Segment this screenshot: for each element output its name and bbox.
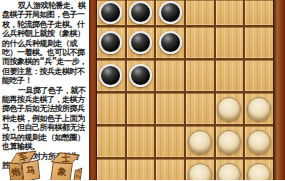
board-cell-r5c3[interactable] [156,126,184,157]
black-piece[interactable] [159,31,182,54]
board-cell-r2c5[interactable] [216,27,244,58]
board-cell-r5c1[interactable] [97,126,125,157]
white-piece[interactable] [247,163,271,181]
white-piece[interactable] [217,163,241,181]
board-cell-r6c5[interactable] [216,159,244,180]
board-frame-left [89,0,97,180]
black-piece[interactable] [159,1,182,24]
board-cell-r4c6[interactable] [245,93,273,124]
board-cell-r6c4[interactable] [186,159,214,180]
rules-page: 双人游戏轮番走。棋盘棋子开局如图，色子一枚，轮流掷色子走棋。什么兵种朝上就按（象… [0,0,285,180]
white-piece[interactable] [217,97,241,121]
board-cell-r3c4[interactable] [186,60,214,91]
black-piece[interactable] [99,64,122,87]
white-piece[interactable] [217,130,241,154]
black-piece[interactable] [99,1,122,24]
white-piece[interactable] [247,130,271,154]
board-cell-r5c5[interactable] [216,126,244,157]
die-right: 士 象 [46,151,84,180]
board-cell-r1c2[interactable] [127,0,155,25]
die-left: 车 炮 马 [6,150,43,180]
black-piece[interactable] [129,31,152,54]
board-cell-r2c2[interactable] [127,27,155,58]
board-cell-r6c2[interactable] [127,159,155,180]
board-cell-r1c5[interactable] [216,0,244,25]
black-piece[interactable] [129,64,152,87]
board-grid [97,0,273,180]
rules-text-panel: 双人游戏轮番走。棋盘棋子开局如图，色子一枚，轮流掷色子走棋。什么兵种朝上就按（象… [0,0,89,180]
board-cell-r3c2[interactable] [127,60,155,91]
board-cell-r3c5[interactable] [216,60,244,91]
white-piece[interactable] [188,163,212,181]
board-cell-r1c3[interactable] [156,0,184,25]
board-cell-r6c1[interactable] [97,159,125,180]
board-cell-r3c3[interactable] [156,60,184,91]
white-piece[interactable] [188,130,212,154]
board-cell-r3c6[interactable] [245,60,273,91]
rules-paragraph-1: 双人游戏轮番走。棋盘棋子开局如图，色子一枚，轮流掷色子走棋。什么兵种朝上就按（象… [2,1,87,86]
black-piece[interactable] [99,31,122,54]
board-cell-r5c4[interactable] [186,126,214,157]
board-cell-r1c6[interactable] [245,0,273,25]
board-cell-r3c1[interactable] [97,60,125,91]
board-cell-r4c3[interactable] [156,93,184,124]
board-cell-r2c6[interactable] [245,27,273,58]
rules-paragraph-2: 一旦掷了色子，就不能再按兵走棋了，走棋方掷色子后如无法按所掷兵种走棋，例如色子上… [2,86,87,152]
board-cell-r6c3[interactable] [156,159,184,180]
white-piece[interactable] [247,97,271,121]
board-cell-r2c1[interactable] [97,27,125,58]
board-cell-r4c2[interactable] [127,93,155,124]
board-cell-r4c5[interactable] [216,93,244,124]
board-cell-r4c4[interactable] [186,93,214,124]
board-cell-r1c4[interactable] [186,0,214,25]
die-right-front-face: 象 [50,162,73,180]
die-right-partial-face [73,168,83,180]
board-cell-r2c3[interactable] [156,27,184,58]
xiangqi-dice-illustration: 车 炮 马 士 象 [6,152,88,180]
game-board [89,0,285,180]
black-piece[interactable] [129,1,152,24]
board-cell-r4c1[interactable] [97,93,125,124]
board-cell-r6c6[interactable] [245,159,273,180]
board-cell-r5c2[interactable] [127,126,155,157]
die-left-front-face: 马 [21,160,40,180]
board-cell-r5c6[interactable] [245,126,273,157]
board-cell-r1c1[interactable] [97,0,125,25]
board-frame-right [273,0,285,180]
board-cell-r2c4[interactable] [186,27,214,58]
